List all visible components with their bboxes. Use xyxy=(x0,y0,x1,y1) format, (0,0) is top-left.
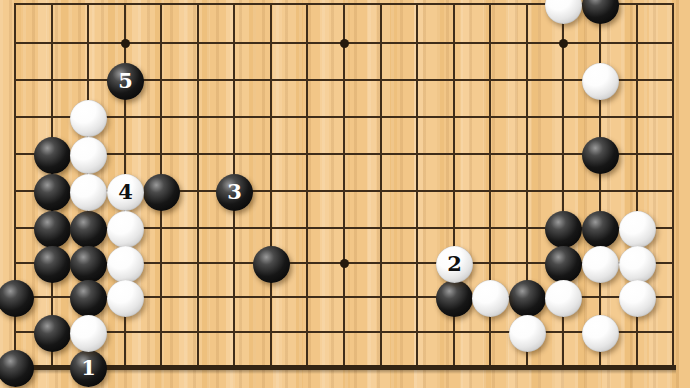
stone-black xyxy=(70,280,107,317)
stone-white xyxy=(582,63,619,100)
stone-black xyxy=(545,211,582,248)
stone-black-move-5: 5 xyxy=(107,63,144,100)
stone-white xyxy=(582,315,619,352)
stone-black-move-1: 1 xyxy=(70,350,107,387)
move-number-label: 2 xyxy=(447,253,462,274)
stone-white xyxy=(70,100,107,137)
stone-white xyxy=(582,246,619,283)
stone-white xyxy=(619,211,656,248)
stone-black xyxy=(0,280,34,317)
stone-white xyxy=(545,0,582,24)
stone-black xyxy=(34,315,71,352)
stone-black xyxy=(34,174,71,211)
stone-white xyxy=(70,137,107,174)
stone-black xyxy=(509,280,546,317)
stone-white-move-2: 2 xyxy=(436,246,473,283)
stones-layer: 53142 xyxy=(0,0,690,388)
stone-black xyxy=(253,246,290,283)
stone-white xyxy=(509,315,546,352)
stone-black xyxy=(0,350,34,387)
stone-black xyxy=(34,211,71,248)
move-number-label: 5 xyxy=(118,70,133,91)
stone-white xyxy=(107,280,144,317)
stone-white xyxy=(472,280,509,317)
stone-white xyxy=(107,211,144,248)
stone-black xyxy=(143,174,180,211)
stone-white xyxy=(619,280,656,317)
stone-white xyxy=(107,246,144,283)
stone-black-move-3: 3 xyxy=(216,174,253,211)
move-number-label: 1 xyxy=(81,357,96,378)
stone-black xyxy=(582,137,619,174)
stone-black xyxy=(436,280,473,317)
stone-white-move-4: 4 xyxy=(107,174,144,211)
stone-white xyxy=(619,246,656,283)
stone-black xyxy=(34,246,71,283)
stone-black xyxy=(545,246,582,283)
stone-black xyxy=(70,211,107,248)
stone-black xyxy=(582,0,619,24)
go-diagram: 53142 xyxy=(0,0,690,388)
stone-black xyxy=(70,246,107,283)
move-number-label: 3 xyxy=(227,181,242,202)
move-number-label: 4 xyxy=(118,181,133,202)
stone-black xyxy=(34,137,71,174)
stone-white xyxy=(545,280,582,317)
stone-white xyxy=(70,315,107,352)
stone-black xyxy=(582,211,619,248)
stone-white xyxy=(70,174,107,211)
